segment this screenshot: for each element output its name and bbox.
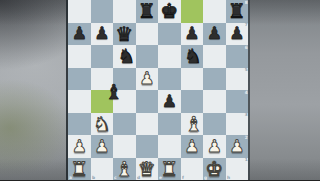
piece-white-rook-a1[interactable]: ♜ (68, 158, 91, 181)
piece-white-king-g1[interactable]: ♚ (203, 158, 226, 181)
square-f5[interactable] (181, 68, 204, 91)
square-e7[interactable] (158, 23, 181, 46)
piece-black-pawn-b7[interactable]: ♟ (91, 23, 114, 46)
piece-black-queen-c7[interactable]: ♛ (113, 23, 136, 46)
square-g4[interactable] (203, 90, 226, 113)
square-g8[interactable] (203, 0, 226, 23)
piece-white-rook-e1[interactable]: ♜ (158, 158, 181, 181)
square-e5[interactable] (158, 68, 181, 91)
square-c3[interactable] (113, 113, 136, 136)
square-a8[interactable] (68, 0, 91, 23)
square-b8[interactable] (91, 0, 114, 23)
square-g3[interactable] (203, 113, 226, 136)
square-d2[interactable] (136, 135, 159, 158)
piece-black-rook-d8[interactable]: ♜ (136, 0, 159, 23)
square-c2[interactable] (113, 135, 136, 158)
piece-white-pawn-f2[interactable]: ♟ (181, 135, 204, 158)
piece-black-knight-c6[interactable]: ♞ (115, 45, 138, 68)
piece-white-pawn-d5[interactable]: ♟ (136, 68, 159, 91)
piece-black-pawn-f7[interactable]: ♟ (181, 23, 204, 46)
square-a6[interactable] (68, 45, 91, 68)
piece-black-pawn-g7[interactable]: ♟ (203, 23, 226, 46)
piece-white-pawn-g2[interactable]: ♟ (203, 135, 226, 158)
square-d6[interactable] (136, 45, 159, 68)
square-h6[interactable] (226, 45, 249, 68)
square-h5[interactable] (226, 68, 249, 91)
square-h3[interactable] (226, 113, 249, 136)
piece-white-knight-b3[interactable]: ♞ (91, 113, 114, 136)
square-e3[interactable] (158, 113, 181, 136)
chess-board[interactable]: 87654321abcdefgh♜♚♜♟♟♛♟♟♟♞♞♟♝♟♞♝♟♟♟♟♟♜♝♛… (68, 0, 248, 180)
piece-white-pawn-h2[interactable]: ♟ (226, 135, 249, 158)
piece-black-pawn-h7[interactable]: ♟ (226, 23, 249, 46)
piece-white-queen-d1[interactable]: ♛ (136, 158, 159, 181)
square-d7[interactable] (136, 23, 159, 46)
square-e6[interactable] (158, 45, 181, 68)
square-f4[interactable] (181, 90, 204, 113)
square-h4[interactable] (226, 90, 249, 113)
square-b6[interactable] (91, 45, 114, 68)
piece-white-pawn-b2[interactable]: ♟ (91, 135, 114, 158)
piece-black-rook-h8[interactable]: ♜ (226, 0, 249, 23)
square-e2[interactable] (158, 135, 181, 158)
blurred-backdrop-left (0, 0, 68, 180)
square-c8[interactable] (113, 0, 136, 23)
piece-white-pawn-a2[interactable]: ♟ (68, 135, 91, 158)
square-a4[interactable] (68, 90, 91, 113)
square-h1[interactable] (226, 158, 249, 181)
square-d3[interactable] (136, 113, 159, 136)
piece-white-bishop-f3[interactable]: ♝ (183, 113, 206, 136)
square-a3[interactable] (68, 113, 91, 136)
blurred-backdrop-right (248, 0, 320, 180)
square-g5[interactable] (203, 68, 226, 91)
square-f8[interactable] (181, 0, 204, 23)
square-f1[interactable] (181, 158, 204, 181)
square-d4[interactable] (136, 90, 159, 113)
square-b1[interactable] (91, 158, 114, 181)
piece-black-king-e8[interactable]: ♚ (158, 0, 181, 23)
piece-black-pawn-a7[interactable]: ♟ (68, 23, 91, 46)
video-thumbnail-stage: 87654321abcdefgh♜♚♜♟♟♛♟♟♟♞♞♟♝♟♞♝♟♟♟♟♟♜♝♛… (0, 0, 320, 180)
square-a5[interactable] (68, 68, 91, 91)
piece-black-bishop-b4[interactable]: ♝ (103, 81, 126, 104)
piece-black-knight-f6[interactable]: ♞ (182, 45, 205, 68)
piece-black-pawn-e4[interactable]: ♟ (158, 90, 181, 113)
square-g6[interactable] (203, 45, 226, 68)
piece-white-bishop-c1[interactable]: ♝ (113, 158, 136, 181)
